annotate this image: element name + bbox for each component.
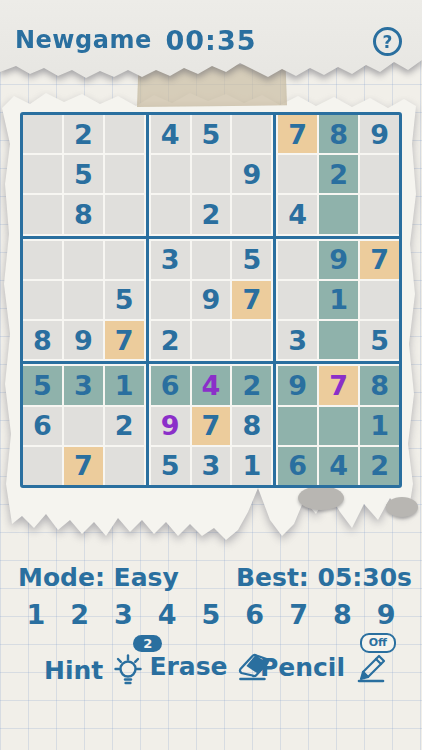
- cell-r7c6[interactable]: 2: [232, 366, 271, 404]
- cell-r7c3[interactable]: 1: [105, 366, 144, 404]
- cell-r1c7[interactable]: 7: [278, 115, 317, 153]
- timer: 00:35: [0, 25, 422, 56]
- cell-r3c9[interactable]: [360, 195, 399, 233]
- box-divider-vertical: [273, 114, 276, 486]
- top-bar: Newgame 00:35 ?: [0, 0, 422, 92]
- cell-r5c2[interactable]: [64, 281, 103, 319]
- numpad-3[interactable]: 3: [114, 599, 133, 630]
- box-divider-horizontal: [22, 361, 400, 364]
- cell-r9c6[interactable]: 1: [232, 447, 271, 485]
- board-box-1: 258: [23, 115, 144, 234]
- cell-r5c8[interactable]: 1: [319, 281, 358, 319]
- cell-r5c5[interactable]: 9: [192, 281, 231, 319]
- cell-r1c8[interactable]: 8: [319, 115, 358, 153]
- mode-label: Mode: Easy: [18, 563, 179, 592]
- cell-r9c4[interactable]: 5: [151, 447, 190, 485]
- numpad-6[interactable]: 6: [245, 599, 264, 630]
- board-box-3: 78924: [278, 115, 399, 234]
- cell-r6c4[interactable]: 2: [151, 321, 190, 359]
- cell-r8c5[interactable]: 7: [192, 407, 231, 445]
- board-box-6: 97135: [278, 241, 399, 360]
- numpad-7[interactable]: 7: [289, 599, 308, 630]
- cell-r7c2[interactable]: 3: [64, 366, 103, 404]
- cell-r4c9[interactable]: 7: [360, 241, 399, 279]
- cell-r4c3[interactable]: [105, 241, 144, 279]
- cell-r7c8[interactable]: 7: [319, 366, 358, 404]
- cell-r3c1[interactable]: [23, 195, 62, 233]
- cell-r3c7[interactable]: 4: [278, 195, 317, 233]
- pencil-state-badge: Off: [360, 633, 396, 653]
- help-button[interactable]: ?: [373, 27, 402, 56]
- cell-r5c4[interactable]: [151, 281, 190, 319]
- board-boxes: 2584592789245897359729713553162764297853…: [23, 115, 399, 485]
- sudoku-app: { "game": "sudoku", "position": ".2.45.7…: [0, 0, 422, 750]
- cell-r8c1[interactable]: 6: [23, 407, 62, 445]
- cell-r7c5[interactable]: 4: [192, 366, 231, 404]
- cell-r2c1[interactable]: [23, 155, 62, 193]
- cell-r5c3[interactable]: 5: [105, 281, 144, 319]
- cell-r6c7[interactable]: 3: [278, 321, 317, 359]
- board-box-5: 35972: [151, 241, 272, 360]
- cell-r4c4[interactable]: 3: [151, 241, 190, 279]
- hint-button[interactable]: Hint 2: [44, 651, 146, 689]
- cell-r1c2[interactable]: 2: [64, 115, 103, 153]
- cell-r1c6[interactable]: [232, 115, 271, 153]
- cell-r6c6[interactable]: [232, 321, 271, 359]
- cell-r1c9[interactable]: 9: [360, 115, 399, 153]
- cell-r5c6[interactable]: 7: [232, 281, 271, 319]
- numpad-8[interactable]: 8: [333, 599, 352, 630]
- board-box-2: 4592: [151, 115, 272, 234]
- cell-r4c8[interactable]: 9: [319, 241, 358, 279]
- cell-r3c3[interactable]: [105, 195, 144, 233]
- lightbulb-icon: [110, 651, 146, 689]
- cell-r4c2[interactable]: [64, 241, 103, 279]
- cell-r5c1[interactable]: [23, 281, 62, 319]
- sudoku-board: 2584592789245897359729713553162764297853…: [20, 112, 402, 488]
- number-pad: 123456789: [14, 599, 408, 630]
- cell-r3c6[interactable]: [232, 195, 271, 233]
- question-mark-icon: ?: [383, 32, 393, 52]
- cell-r7c7[interactable]: 9: [278, 366, 317, 404]
- cell-r9c3[interactable]: [105, 447, 144, 485]
- cell-r4c7[interactable]: [278, 241, 317, 279]
- cell-r6c1[interactable]: 8: [23, 321, 62, 359]
- cell-r8c2[interactable]: [64, 407, 103, 445]
- board-box-4: 5897: [23, 241, 144, 360]
- erase-button-label: Erase: [149, 652, 227, 681]
- cell-r9c9[interactable]: 2: [360, 447, 399, 485]
- board-box-8: 642978531: [151, 366, 272, 485]
- numpad-5[interactable]: 5: [202, 599, 221, 630]
- pencil-button[interactable]: Pencil Off: [260, 651, 388, 683]
- box-divider-horizontal: [22, 236, 400, 239]
- cell-r2c3[interactable]: [105, 155, 144, 193]
- cell-r4c1[interactable]: [23, 241, 62, 279]
- cell-r8c4[interactable]: 9: [151, 407, 190, 445]
- cell-r2c8[interactable]: 2: [319, 155, 358, 193]
- cell-r5c7[interactable]: [278, 281, 317, 319]
- cell-r2c4[interactable]: [151, 155, 190, 193]
- cell-r4c5[interactable]: [192, 241, 231, 279]
- cell-r2c5[interactable]: [192, 155, 231, 193]
- cell-r6c8[interactable]: [319, 321, 358, 359]
- hint-count-badge: 2: [133, 635, 162, 652]
- cell-r2c2[interactable]: 5: [64, 155, 103, 193]
- erase-button[interactable]: Erase: [149, 651, 272, 681]
- cell-r3c2[interactable]: 8: [64, 195, 103, 233]
- paper-curl: [386, 497, 418, 517]
- pencil-button-label: Pencil: [260, 653, 345, 682]
- cell-r1c3[interactable]: [105, 115, 144, 153]
- cell-r9c8[interactable]: 4: [319, 447, 358, 485]
- cell-r7c1[interactable]: 5: [23, 366, 62, 404]
- cell-r5c9[interactable]: [360, 281, 399, 319]
- cell-r8c7[interactable]: [278, 407, 317, 445]
- cell-r2c6[interactable]: 9: [232, 155, 271, 193]
- cell-r8c9[interactable]: 1: [360, 407, 399, 445]
- cell-r2c9[interactable]: [360, 155, 399, 193]
- cell-r9c1[interactable]: [23, 447, 62, 485]
- cell-r1c4[interactable]: 4: [151, 115, 190, 153]
- cell-r1c1[interactable]: [23, 115, 62, 153]
- cell-r3c5[interactable]: 2: [192, 195, 231, 233]
- cell-r7c9[interactable]: 8: [360, 366, 399, 404]
- cell-r4c6[interactable]: 5: [232, 241, 271, 279]
- cell-r7c4[interactable]: 6: [151, 366, 190, 404]
- numpad-4[interactable]: 4: [158, 599, 177, 630]
- cell-r3c8[interactable]: [319, 195, 358, 233]
- paper-curl: [298, 486, 344, 510]
- board-box-7: 531627: [23, 366, 144, 485]
- cell-r9c7[interactable]: 6: [278, 447, 317, 485]
- cell-r3c4[interactable]: [151, 195, 190, 233]
- cell-r2c7[interactable]: [278, 155, 317, 193]
- cell-r8c3[interactable]: 2: [105, 407, 144, 445]
- hint-button-label: Hint: [44, 656, 103, 685]
- cell-r9c2[interactable]: 7: [64, 447, 103, 485]
- cell-r1c5[interactable]: 5: [192, 115, 231, 153]
- numpad-1[interactable]: 1: [26, 599, 45, 630]
- best-time-label: Best: 05:30s: [236, 563, 412, 592]
- cell-r6c2[interactable]: 9: [64, 321, 103, 359]
- pencil-icon: [352, 651, 388, 683]
- cell-r9c5[interactable]: 3: [192, 447, 231, 485]
- cell-r6c9[interactable]: 5: [360, 321, 399, 359]
- box-divider-vertical: [146, 114, 149, 486]
- cell-r8c8[interactable]: [319, 407, 358, 445]
- numpad-9[interactable]: 9: [377, 599, 396, 630]
- cell-r6c5[interactable]: [192, 321, 231, 359]
- numpad-2[interactable]: 2: [70, 599, 89, 630]
- cell-r8c6[interactable]: 8: [232, 407, 271, 445]
- cell-r6c3[interactable]: 7: [105, 321, 144, 359]
- board-box-9: 9781642: [278, 366, 399, 485]
